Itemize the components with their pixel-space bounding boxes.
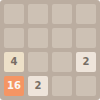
- empty-cell-r2c1: [28, 52, 48, 72]
- empty-cell-r1c3: [76, 28, 96, 48]
- empty-cell-r0c0: [4, 4, 24, 24]
- empty-cell-r2c2: [52, 52, 72, 72]
- empty-cell-r0c1: [28, 4, 48, 24]
- tile-2-r2c3: 2: [76, 52, 96, 72]
- empty-cell-r0c2: [52, 4, 72, 24]
- empty-cell-r1c2: [52, 28, 72, 48]
- tile-16-r3c0: 16: [4, 76, 24, 96]
- tile-2-r3c1: 2: [28, 76, 48, 96]
- 2048-board[interactable]: 42162: [0, 0, 100, 100]
- tile-4-r2c0: 4: [4, 52, 24, 72]
- empty-cell-r3c3: [76, 76, 96, 96]
- empty-cell-r3c2: [52, 76, 72, 96]
- empty-cell-r1c0: [4, 28, 24, 48]
- empty-cell-r0c3: [76, 4, 96, 24]
- empty-cell-r1c1: [28, 28, 48, 48]
